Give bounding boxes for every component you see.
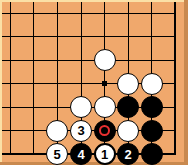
move-number: 1 <box>101 148 108 161</box>
go-stone-white <box>141 73 163 95</box>
go-stone-black <box>141 120 163 142</box>
move-number: 2 <box>124 148 131 161</box>
go-stone-black-move-2: 2 <box>117 143 139 165</box>
go-stone-black-move-4: 4 <box>70 143 92 165</box>
go-stone-white-move-5: 5 <box>46 143 68 165</box>
star-point <box>102 81 107 86</box>
go-stone-white <box>94 96 116 118</box>
grid-line-vertical <box>33 2 34 155</box>
go-stone-white <box>46 120 68 142</box>
grid-line-horizontal <box>2 60 176 61</box>
red-circle-marker <box>99 125 110 136</box>
board-border-top <box>0 0 184 2</box>
go-board: 35412 <box>0 0 188 165</box>
go-stone-black <box>141 96 163 118</box>
go-stone-white <box>117 120 139 142</box>
grid-line-horizontal <box>2 36 176 37</box>
go-stone-black <box>117 96 139 118</box>
board-border-right <box>184 0 188 165</box>
move-number: 3 <box>77 124 84 137</box>
go-stone-black <box>94 120 116 142</box>
go-stone-black <box>141 143 163 165</box>
grid-line-vertical <box>10 2 11 155</box>
go-stone-white <box>117 73 139 95</box>
go-stone-white <box>94 49 116 71</box>
go-diagram: 35412 <box>0 0 188 165</box>
move-number: 5 <box>53 148 60 161</box>
go-stone-white-move-1: 1 <box>94 143 116 165</box>
go-stone-white-move-3: 3 <box>70 120 92 142</box>
go-stone-white <box>70 96 92 118</box>
board-border-left <box>0 2 2 162</box>
grid-line-horizontal <box>2 13 176 14</box>
board-border-bottom <box>0 162 188 165</box>
move-number: 4 <box>77 148 84 161</box>
grid-line-vertical <box>174 2 176 155</box>
